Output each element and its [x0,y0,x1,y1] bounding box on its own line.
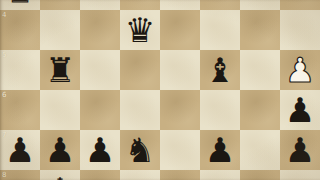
square-a7[interactable]: ♟ [280,130,320,170]
square-d6[interactable] [160,90,200,130]
square-d7[interactable] [160,130,200,170]
square-a3[interactable] [280,0,320,10]
square-g7[interactable]: ♟ [40,130,80,170]
square-d4[interactable] [160,10,200,50]
square-c6[interactable] [200,90,240,130]
square-b3[interactable] [240,0,280,10]
rank-label-6: 6 [2,91,6,99]
square-f7[interactable]: ♟ [80,130,120,170]
black-knight-e7[interactable]: ♞ [120,130,160,170]
square-d3[interactable] [160,0,200,10]
rank-label-8: 8 [2,171,6,179]
square-e3[interactable] [120,0,160,10]
square-g4[interactable] [40,10,80,50]
square-a6[interactable]: ♟ [280,90,320,130]
square-a4[interactable] [280,10,320,50]
square-f3[interactable] [80,0,120,10]
square-h6[interactable]: 6 [0,90,40,130]
square-g8[interactable]: ♚ [40,170,80,180]
square-h7[interactable]: 7♟ [0,130,40,170]
black-pawn-f7[interactable]: ♟ [80,130,120,170]
square-b8[interactable] [240,170,280,180]
square-e7[interactable]: ♞ [120,130,160,170]
square-c3[interactable] [200,0,240,10]
square-d8[interactable] [160,170,200,180]
square-f8[interactable] [80,170,120,180]
square-b5[interactable] [240,50,280,90]
black-bishop-c5[interactable]: ♝ [200,50,240,90]
white-king-h3[interactable]: ♚ [0,0,40,10]
square-e5[interactable] [120,50,160,90]
square-f6[interactable] [80,90,120,130]
chess-board: ♚4♛5♜♝♟6♟7♟♟♟♞♟♟8♚ [0,0,320,180]
black-rook-g5[interactable]: ♜ [40,50,80,90]
square-h4[interactable]: 4 [0,10,40,50]
square-g3[interactable] [40,0,80,10]
square-g5[interactable]: ♜ [40,50,80,90]
square-b7[interactable] [240,130,280,170]
black-pawn-g7[interactable]: ♟ [40,130,80,170]
chess-board-screenshot: ♚4♛5♜♝♟6♟7♟♟♟♞♟♟8♚ [0,0,320,180]
square-h5[interactable]: 5 [0,50,40,90]
square-f4[interactable] [80,10,120,50]
square-g6[interactable] [40,90,80,130]
black-pawn-a6[interactable]: ♟ [280,90,320,130]
black-pawn-a7[interactable]: ♟ [280,130,320,170]
square-c4[interactable] [200,10,240,50]
square-b6[interactable] [240,90,280,130]
square-c7[interactable]: ♟ [200,130,240,170]
square-c5[interactable]: ♝ [200,50,240,90]
square-a5[interactable]: ♟ [280,50,320,90]
square-h3[interactable]: ♚ [0,0,40,10]
square-b4[interactable] [240,10,280,50]
white-pawn-a5[interactable]: ♟ [280,50,320,90]
rank-label-4: 4 [2,11,6,19]
rank-label-5: 5 [2,51,6,59]
black-queen-e4[interactable]: ♛ [120,10,160,50]
square-h8[interactable]: 8 [0,170,40,180]
square-c8[interactable] [200,170,240,180]
square-e4[interactable]: ♛ [120,10,160,50]
square-a8[interactable] [280,170,320,180]
square-f5[interactable] [80,50,120,90]
black-king-g8[interactable]: ♚ [40,170,80,180]
square-e6[interactable] [120,90,160,130]
square-d5[interactable] [160,50,200,90]
black-pawn-h7[interactable]: ♟ [0,130,40,170]
black-pawn-c7[interactable]: ♟ [200,130,240,170]
square-e8[interactable] [120,170,160,180]
